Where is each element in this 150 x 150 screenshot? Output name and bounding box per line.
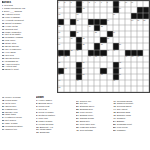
clue-number: 25. [2,36,6,38]
cell-number: 36 [101,43,103,45]
across-clues-top: Across 1. Wild hog4. Cargo unloaders' or… [2,1,54,96]
cell-number: 13 [83,7,85,9]
clue-number: 7. [36,117,39,119]
cell-number: 19 [107,19,109,21]
clue-number: 16. [36,131,40,133]
clue-number: 31. [2,51,6,53]
cell-number: 47 [125,55,127,57]
clue-item: 40. Told untruths [76,129,110,132]
clue-number: 23. [2,31,6,33]
cell-number: 18 [76,19,78,21]
cell-number: 45 [95,55,97,57]
clue-number: 12. [2,13,6,15]
cell-number: 48 [131,55,133,57]
crossword-grid[interactable]: 1234567891011121314151617181920212223242… [57,0,150,93]
cell-number: 59 [119,73,121,75]
clue-number: 24. [76,114,80,116]
cell-number: 16 [76,13,78,15]
cell-number: 41 [113,49,115,51]
clue-number: 40. [2,96,6,98]
clue-number: 8. [36,120,39,122]
clue-number: 50. [2,105,6,107]
clue-number: 13. [2,16,6,18]
cell-number: 23 [58,25,60,27]
clue-number: 61. [2,128,6,130]
cell-number: 3 [70,1,71,3]
cell-number: 27 [76,31,78,33]
cell-number: 21 [137,19,139,21]
clue-number: 40. [76,129,80,131]
crossword-page: Across 1. Wild hog4. Cargo unloaders' or… [0,0,150,150]
clue-number: 59. [113,126,117,128]
clue-number: 6. [36,114,39,116]
cell-number: 15 [58,13,60,15]
clue-number: 58. [2,125,6,127]
clue-number: 52. [2,111,6,113]
cell-number: 60 [58,79,60,81]
down-clues-col1: Down 1. Honey maker2. Bullring cheer3. P… [36,96,72,149]
cell-number: 17 [113,13,115,15]
clue-number: 29. [2,45,6,47]
clue-number: 39. [76,126,80,128]
clue-number: 9. [2,10,5,12]
clue-number: 14. [2,19,6,21]
cell-number: 29 [113,31,115,33]
cell-number: 38 [70,49,72,51]
cell-number: 4 [83,1,84,3]
cell-number: 20 [131,19,133,21]
clue-number: 20. [76,102,80,104]
cell-number: 7 [101,1,102,3]
clue-number: 49. [2,102,6,104]
clue-number: 57. [2,122,6,124]
cell-number: 28 [95,31,97,33]
cell-number: 56 [58,73,60,75]
cell-number: 2 [64,1,65,3]
clue-number: 53. [2,113,6,115]
clue-number: 60. [113,129,117,131]
cell-number: 58 [101,73,103,75]
cell-number: 42 [58,55,60,57]
cell-number: 25 [101,25,103,27]
cell-number: 40 [107,49,109,51]
clue-number: 4. [36,108,39,110]
cell-number: 1 [58,1,59,3]
clue-number: 37. [76,123,80,125]
grid-cell[interactable] [143,86,149,92]
cell-number: 39 [76,49,78,51]
clue-number: 35. [2,63,6,65]
clue-number: 17. [76,100,80,102]
cell-number: 8 [107,1,108,3]
cell-number: 63 [58,86,60,88]
cell-number: 62 [113,79,115,81]
cell-number: 12 [58,7,60,9]
clue-number: 51. [2,108,6,110]
cell-number: 10 [125,1,127,3]
cell-number: 32 [83,37,85,39]
cell-number: 49 [137,55,139,57]
clue-number: 56. [113,123,117,125]
clue-number: 41. [113,100,117,102]
clue-number: 47. [113,117,117,119]
cell-number: 35 [83,43,85,45]
clue-number: 32. [2,54,6,56]
clue-number: 21. [76,105,80,107]
cell-number: 31 [70,37,72,39]
clue-number: 23. [76,111,80,113]
clue-number: 19. [2,28,6,30]
clue-number: 15. [2,22,6,24]
cell-number: 9 [119,1,120,3]
clue-number: 5. [36,111,39,113]
clue-number: 2. [36,102,39,104]
clue-item: 38. Bring to court [2,68,54,71]
clue-number: 10. [36,126,40,128]
cell-number: 55 [119,67,121,69]
cell-number: 30 [58,37,60,39]
clue-number: 54. [113,120,117,122]
clue-number: 22. [76,108,80,110]
cell-number: 52 [119,61,121,63]
clue-number: 1. [2,4,5,6]
clue-item: 61. Garden tool [2,128,33,131]
cell-number: 14 [119,7,121,9]
down-clues-col2: 17. Curved line20. Not pro21. Stadium ch… [76,100,110,150]
clue-item: 60. Unhappy [113,129,149,132]
clue-item: 16. Sunbeam [36,131,72,134]
clue-number: 4. [2,7,5,9]
clue-number: 9. [36,123,39,125]
clue-number: 27. [76,117,80,119]
clue-number: 26. [2,39,6,41]
clue-number: 42. [113,102,117,104]
clue-number: 43. [113,105,117,107]
down-clues-col3: 41. Wedding words42. Chicken product43. … [113,100,149,150]
clue-number: 46. [113,114,117,116]
across-clues-bottom: 40. Money in Milan48. Lion's home49. Get… [2,96,33,149]
clue-number: 28. [2,42,6,44]
clue-number: 45. [113,111,117,113]
cell-number: 43 [64,55,66,57]
cell-number: 5 [89,1,90,3]
cell-number: 37 [119,43,121,45]
cell-number: 11 [131,1,133,3]
clue-number: 31. [76,120,80,122]
clue-number: 1. [36,99,39,101]
clue-number: 3. [36,105,39,107]
clue-number: 24. [2,33,6,35]
cell-number: 33 [107,37,109,39]
clue-number: 34. [2,60,6,62]
cell-number: 50 [58,61,60,63]
clue-number: 48. [2,99,6,101]
cell-number: 34 [58,43,60,45]
clue-number: 55. [2,119,6,121]
cell-number: 57 [83,73,85,75]
cell-number: 61 [76,79,78,81]
clue-number: 36. [2,65,6,67]
cell-number: 53 [64,67,66,69]
cell-number: 22 [143,19,145,21]
clue-number: 11. [36,128,40,130]
clue-number: 44. [113,108,117,110]
clue-number: 33. [2,57,6,59]
cell-number: 24 [89,25,91,27]
cell-number: 54 [83,67,85,69]
clue-number: 30. [2,48,6,50]
cell-number: 6 [95,1,96,3]
cell-number: 51 [83,61,85,63]
clue-number: 54. [2,116,6,118]
cell-number: 44 [89,55,91,57]
clue-number: 18. [2,25,6,27]
clue-number: 38. [2,68,6,70]
cell-number: 46 [101,55,103,57]
cell-number: 26 [58,31,60,33]
